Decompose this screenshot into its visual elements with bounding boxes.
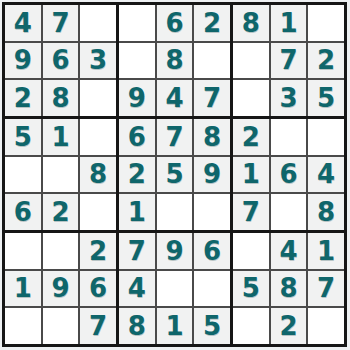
cell-r3c3[interactable] [80,80,116,116]
box-3-3: 415872 [233,233,344,344]
cell-r2c2[interactable]: 6 [43,43,79,79]
box-2-1: 51862 [5,119,116,230]
cell-r1c6[interactable]: 2 [194,5,230,41]
cell-r9c7[interactable] [233,308,269,344]
box-1-3: 817235 [233,5,344,116]
cell-r1c3[interactable] [80,5,116,41]
cell-r1c1[interactable]: 4 [5,5,41,41]
cell-r7c9[interactable]: 1 [308,233,344,269]
cell-r7c8[interactable]: 4 [271,233,307,269]
cell-r6c7[interactable]: 7 [233,194,269,230]
cell-r3c5[interactable]: 4 [157,80,193,116]
cell-r9c3[interactable]: 7 [80,308,116,344]
cell-r3c9[interactable]: 5 [308,80,344,116]
cell-r4c5[interactable]: 7 [157,119,193,155]
cell-r2c3[interactable]: 3 [80,43,116,79]
box-1-1: 4796328 [5,5,116,116]
cell-r2c5[interactable]: 8 [157,43,193,79]
cell-r6c8[interactable] [271,194,307,230]
box-3-1: 21967 [5,233,116,344]
cell-r1c7[interactable]: 8 [233,5,269,41]
cell-r7c3[interactable]: 2 [80,233,116,269]
cell-r5c2[interactable] [43,157,79,193]
cell-r5c8[interactable]: 6 [271,157,307,193]
cell-r3c1[interactable]: 2 [5,80,41,116]
cell-r3c8[interactable]: 3 [271,80,307,116]
cell-r4c9[interactable] [308,119,344,155]
cell-r9c4[interactable]: 8 [119,308,155,344]
cell-r4c8[interactable] [271,119,307,155]
cell-r6c4[interactable]: 1 [119,194,155,230]
cell-r9c5[interactable]: 1 [157,308,193,344]
box-3-2: 7964815 [119,233,230,344]
cell-r3c2[interactable]: 8 [43,80,79,116]
cell-r6c1[interactable]: 6 [5,194,41,230]
cell-r1c8[interactable]: 1 [271,5,307,41]
cell-r6c3[interactable] [80,194,116,230]
cell-r7c4[interactable]: 7 [119,233,155,269]
cell-r4c2[interactable]: 1 [43,119,79,155]
box-2-3: 216478 [233,119,344,230]
cell-r6c5[interactable] [157,194,193,230]
cell-r8c8[interactable]: 8 [271,271,307,307]
cell-r5c9[interactable]: 4 [308,157,344,193]
cell-r5c6[interactable]: 9 [194,157,230,193]
cell-r1c4[interactable] [119,5,155,41]
box-1-2: 628947 [119,5,230,116]
cell-r8c1[interactable]: 1 [5,271,41,307]
cell-r4c1[interactable]: 5 [5,119,41,155]
cell-r6c6[interactable] [194,194,230,230]
cell-r8c3[interactable]: 6 [80,271,116,307]
cell-r1c9[interactable] [308,5,344,41]
cell-r7c6[interactable]: 6 [194,233,230,269]
cell-r8c6[interactable] [194,271,230,307]
cell-r3c4[interactable]: 9 [119,80,155,116]
cell-r4c7[interactable]: 2 [233,119,269,155]
cell-r5c4[interactable]: 2 [119,157,155,193]
cell-r4c4[interactable]: 6 [119,119,155,155]
cell-r4c6[interactable]: 8 [194,119,230,155]
cell-r5c5[interactable]: 5 [157,157,193,193]
cell-r2c6[interactable] [194,43,230,79]
cell-r1c5[interactable]: 6 [157,5,193,41]
cell-r2c7[interactable] [233,43,269,79]
sudoku-board: 4796328628947817235518626782591216478219… [2,2,347,347]
cell-r9c1[interactable] [5,308,41,344]
box-2-2: 6782591 [119,119,230,230]
cell-r8c5[interactable] [157,271,193,307]
cell-r5c3[interactable]: 8 [80,157,116,193]
cell-r8c2[interactable]: 9 [43,271,79,307]
cell-r7c1[interactable] [5,233,41,269]
cell-r9c6[interactable]: 5 [194,308,230,344]
cell-r2c9[interactable]: 2 [308,43,344,79]
cell-r5c7[interactable]: 1 [233,157,269,193]
cell-r7c2[interactable] [43,233,79,269]
cell-r3c7[interactable] [233,80,269,116]
cell-r2c8[interactable]: 7 [271,43,307,79]
cell-r5c1[interactable] [5,157,41,193]
cell-r9c2[interactable] [43,308,79,344]
cell-r8c9[interactable]: 7 [308,271,344,307]
cell-r6c2[interactable]: 2 [43,194,79,230]
cell-r1c2[interactable]: 7 [43,5,79,41]
cell-r3c6[interactable]: 7 [194,80,230,116]
cell-r2c4[interactable] [119,43,155,79]
cell-r2c1[interactable]: 9 [5,43,41,79]
cell-r8c7[interactable]: 5 [233,271,269,307]
cell-r9c8[interactable]: 2 [271,308,307,344]
cell-r4c3[interactable] [80,119,116,155]
cell-r6c9[interactable]: 8 [308,194,344,230]
cell-r7c7[interactable] [233,233,269,269]
cell-r9c9[interactable] [308,308,344,344]
cell-r7c5[interactable]: 9 [157,233,193,269]
cell-r8c4[interactable]: 4 [119,271,155,307]
